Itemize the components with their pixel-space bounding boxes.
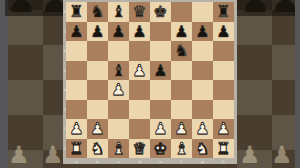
piece-white-pawn[interactable]: ♟ (90, 119, 104, 139)
square-b6[interactable] (87, 41, 108, 61)
square-d5[interactable]: ♟ (129, 61, 150, 81)
chess-app-stage: ♟ ♟ ♟ ♟ ♟ ♟ ♟ ♟ 87654321 ♜♞♝♛♚♜♟♟♟♟♟♟♟♞♝… (0, 0, 300, 168)
square-d6[interactable] (129, 41, 150, 61)
piece-black-pawn[interactable]: ♟ (90, 22, 104, 42)
file-label: c (111, 159, 127, 164)
square-h4[interactable] (213, 80, 234, 100)
piece-white-bishop[interactable]: ♝ (111, 139, 125, 159)
square-c6[interactable] (108, 41, 129, 61)
piece-white-bishop[interactable]: ♝ (174, 139, 188, 159)
square-a2[interactable]: ♟ (66, 119, 87, 139)
piece-black-pawn[interactable]: ♟ (195, 22, 209, 42)
piece-black-knight[interactable]: ♞ (174, 41, 188, 61)
background-checker (8, 0, 63, 168)
square-g2[interactable]: ♟ (192, 119, 213, 139)
piece-black-pawn[interactable]: ♟ (174, 22, 188, 42)
square-h7[interactable]: ♟ (213, 22, 234, 42)
piece-white-knight[interactable]: ♞ (90, 139, 104, 159)
square-h5[interactable] (213, 61, 234, 81)
background-board-left: ♟ ♟ ♟ ♟ (0, 0, 63, 168)
piece-black-pawn[interactable]: ♟ (132, 22, 146, 42)
file-label: f (174, 159, 190, 164)
square-e7[interactable] (150, 22, 171, 42)
square-g5[interactable] (192, 61, 213, 81)
square-e1[interactable]: ♚ (150, 139, 171, 159)
background-shadow (0, 0, 63, 16)
square-b8[interactable]: ♞ (87, 2, 108, 22)
piece-black-pawn[interactable]: ♟ (216, 22, 230, 42)
file-label: d (132, 159, 148, 164)
square-g8[interactable] (192, 2, 213, 22)
background-bottom-strip (63, 164, 237, 168)
square-c8[interactable]: ♝ (108, 2, 129, 22)
square-e6[interactable] (150, 41, 171, 61)
square-d4[interactable] (129, 80, 150, 100)
square-h8[interactable]: ♜ (213, 2, 234, 22)
square-d8[interactable]: ♛ (129, 2, 150, 22)
file-label: h (216, 159, 232, 164)
square-c7[interactable]: ♟ (108, 22, 129, 42)
square-g3[interactable] (192, 100, 213, 120)
file-label: b (90, 159, 106, 164)
piece-white-rook[interactable]: ♜ (216, 139, 230, 159)
square-e3[interactable] (150, 100, 171, 120)
piece-black-rook[interactable]: ♜ (216, 2, 230, 22)
square-c4[interactable]: ♟ (108, 80, 129, 100)
square-d7[interactable]: ♟ (129, 22, 150, 42)
piece-black-rook[interactable]: ♜ (69, 2, 83, 22)
file-coordinates: abcdefgh (66, 158, 234, 164)
piece-black-knight[interactable]: ♞ (90, 2, 104, 22)
square-g1[interactable]: ♞ (192, 139, 213, 159)
square-c1[interactable]: ♝ (108, 139, 129, 159)
square-h1[interactable]: ♜ (213, 139, 234, 159)
square-h3[interactable] (213, 100, 234, 120)
square-e8[interactable]: ♚ (150, 2, 171, 22)
piece-black-pawn[interactable]: ♟ (153, 61, 167, 81)
piece-white-pawn[interactable]: ♟ (216, 119, 230, 139)
square-f7[interactable]: ♟ (171, 22, 192, 42)
square-h2[interactable]: ♟ (213, 119, 234, 139)
square-a3[interactable] (66, 100, 87, 120)
board-squares: ♜♞♝♛♚♜♟♟♟♟♟♟♟♞♝♟♟♟♟♟♟♟♟♟♜♞♝♛♚♝♞♜ (66, 2, 234, 158)
piece-white-knight[interactable]: ♞ (195, 139, 209, 159)
square-d1[interactable]: ♛ (129, 139, 150, 159)
square-f2[interactable]: ♟ (171, 119, 192, 139)
file-label: a (69, 159, 85, 164)
piece-white-queen[interactable]: ♛ (132, 139, 146, 159)
piece-black-queen[interactable]: ♛ (132, 2, 146, 22)
square-a1[interactable]: ♜ (66, 139, 87, 159)
square-f8[interactable] (171, 2, 192, 22)
chess-board: 87654321 ♜♞♝♛♚♜♟♟♟♟♟♟♟♞♝♟♟♟♟♟♟♟♟♟♜♞♝♛♚♝♞… (63, 0, 237, 164)
right-edge-strip (295, 0, 300, 168)
square-d2[interactable] (129, 119, 150, 139)
square-f1[interactable]: ♝ (171, 139, 192, 159)
square-c3[interactable] (108, 100, 129, 120)
left-edge-strip (0, 0, 5, 168)
square-b3[interactable] (87, 100, 108, 120)
piece-white-pawn[interactable]: ♟ (132, 61, 146, 81)
piece-white-pawn[interactable]: ♟ (69, 119, 83, 139)
piece-black-bishop[interactable]: ♝ (111, 2, 125, 22)
square-b5[interactable] (87, 61, 108, 81)
square-g6[interactable] (192, 41, 213, 61)
square-b7[interactable]: ♟ (87, 22, 108, 42)
piece-white-pawn[interactable]: ♟ (153, 119, 167, 139)
square-b1[interactable]: ♞ (87, 139, 108, 159)
square-a6[interactable] (66, 41, 87, 61)
square-a8[interactable]: ♜ (66, 2, 87, 22)
square-f4[interactable] (171, 80, 192, 100)
piece-black-pawn[interactable]: ♟ (69, 22, 83, 42)
square-d3[interactable] (129, 100, 150, 120)
file-label: g (195, 159, 211, 164)
square-a7[interactable]: ♟ (66, 22, 87, 42)
square-b2[interactable]: ♟ (87, 119, 108, 139)
piece-white-rook[interactable]: ♜ (69, 139, 83, 159)
piece-white-pawn[interactable]: ♟ (174, 119, 188, 139)
piece-black-bishop[interactable]: ♝ (111, 61, 125, 81)
square-b4[interactable] (87, 80, 108, 100)
square-c2[interactable] (108, 119, 129, 139)
square-c5[interactable]: ♝ (108, 61, 129, 81)
square-g4[interactable] (192, 80, 213, 100)
piece-black-pawn[interactable]: ♟ (111, 22, 125, 42)
background-board-right: ♟ ♟ ♟ ♟ (237, 0, 300, 168)
square-f3[interactable] (171, 100, 192, 120)
background-shadow (237, 0, 300, 16)
piece-white-pawn[interactable]: ♟ (195, 119, 209, 139)
piece-white-king[interactable]: ♚ (153, 139, 167, 159)
piece-black-king[interactable]: ♚ (153, 2, 167, 22)
piece-white-pawn[interactable]: ♟ (111, 80, 125, 100)
square-g7[interactable]: ♟ (192, 22, 213, 42)
square-e4[interactable] (150, 80, 171, 100)
background-checker (237, 0, 295, 168)
square-f5[interactable] (171, 61, 192, 81)
square-a5[interactable] (66, 61, 87, 81)
square-f6[interactable]: ♞ (171, 41, 192, 61)
file-label: e (153, 159, 169, 164)
square-e2[interactable]: ♟ (150, 119, 171, 139)
square-h6[interactable] (213, 41, 234, 61)
square-a4[interactable] (66, 80, 87, 100)
square-e5[interactable]: ♟ (150, 61, 171, 81)
